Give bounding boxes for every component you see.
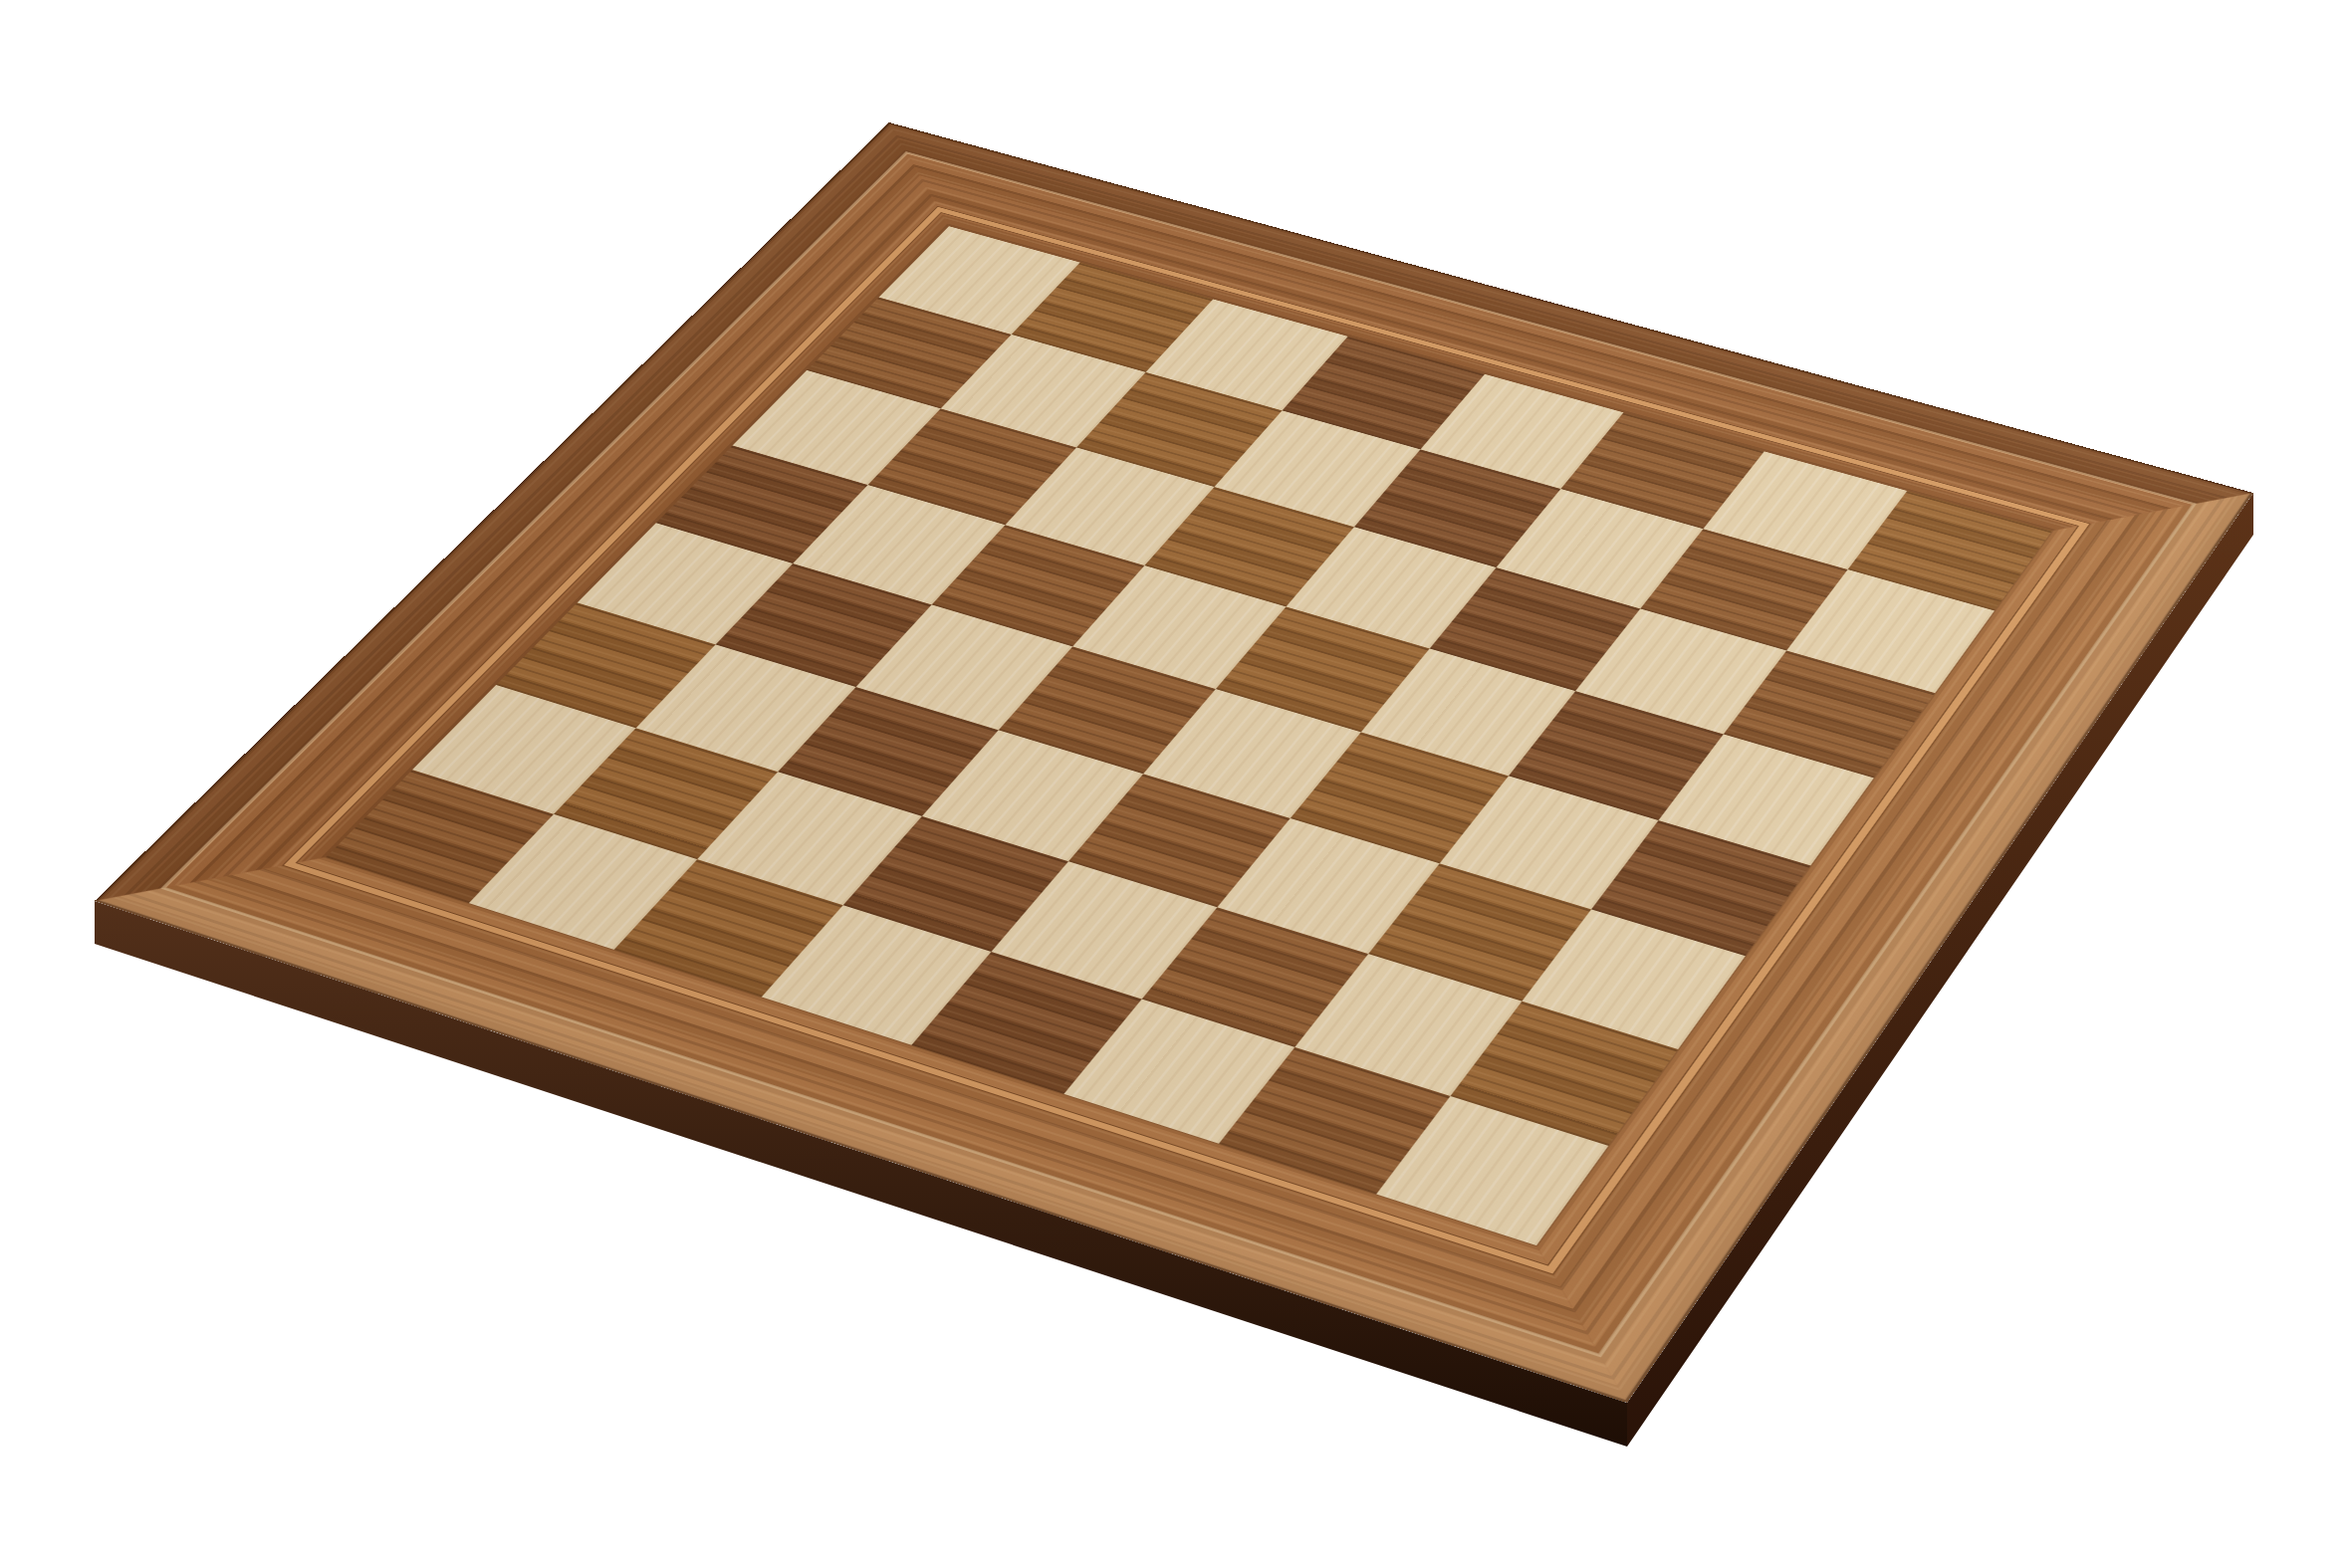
product-photo-stage xyxy=(0,0,2352,1568)
